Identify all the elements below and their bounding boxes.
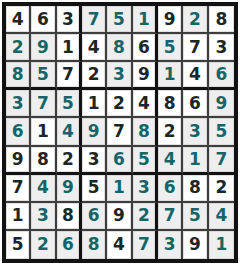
sudoku-cell[interactable]: 1 xyxy=(183,147,208,175)
sudoku-cell[interactable]: 6 xyxy=(82,203,107,231)
sudoku-cell[interactable]: 8 xyxy=(158,90,183,118)
sudoku-cell[interactable]: 5 xyxy=(133,147,158,175)
sudoku-cell[interactable]: 5 xyxy=(209,118,234,146)
sudoku-cell[interactable]: 8 xyxy=(82,231,107,259)
sudoku-cell[interactable]: 8 xyxy=(6,62,31,90)
sudoku-cell[interactable]: 8 xyxy=(209,6,234,34)
sudoku-cell[interactable]: 4 xyxy=(107,231,132,259)
sudoku-cell[interactable]: 3 xyxy=(158,231,183,259)
sudoku-cell[interactable]: 7 xyxy=(107,118,132,146)
sudoku-cell[interactable]: 4 xyxy=(31,175,56,203)
sudoku-cell[interactable]: 9 xyxy=(183,231,208,259)
sudoku-cell[interactable]: 4 xyxy=(158,147,183,175)
sudoku-cell[interactable]: 7 xyxy=(183,34,208,62)
sudoku-cell[interactable]: 1 xyxy=(133,6,158,34)
sudoku-cell[interactable]: 8 xyxy=(31,147,56,175)
sudoku-cell[interactable]: 7 xyxy=(57,62,82,90)
sudoku-cell[interactable]: 5 xyxy=(183,203,208,231)
sudoku-cell[interactable]: 3 xyxy=(31,203,56,231)
sudoku-cell[interactable]: 1 xyxy=(107,175,132,203)
sudoku-cell[interactable]: 2 xyxy=(31,231,56,259)
sudoku-cell[interactable]: 6 xyxy=(183,90,208,118)
sudoku-cell[interactable]: 4 xyxy=(183,62,208,90)
sudoku-cell[interactable]: 6 xyxy=(6,118,31,146)
sudoku-cell[interactable]: 5 xyxy=(31,62,56,90)
sudoku-cell[interactable]: 5 xyxy=(82,175,107,203)
sudoku-cell[interactable]: 5 xyxy=(6,231,31,259)
sudoku-cell[interactable]: 6 xyxy=(209,62,234,90)
sudoku-cell[interactable]: 3 xyxy=(209,34,234,62)
sudoku-cell[interactable]: 2 xyxy=(209,175,234,203)
sudoku-cell[interactable]: 7 xyxy=(82,6,107,34)
sudoku-cell[interactable]: 9 xyxy=(31,34,56,62)
sudoku-cell[interactable]: 4 xyxy=(209,203,234,231)
sudoku-cell[interactable]: 5 xyxy=(107,6,132,34)
sudoku-cell[interactable]: 2 xyxy=(133,203,158,231)
sudoku-cell[interactable]: 2 xyxy=(183,6,208,34)
sudoku-cell[interactable]: 4 xyxy=(6,6,31,34)
sudoku-cell[interactable]: 9 xyxy=(133,62,158,90)
sudoku-cell[interactable]: 8 xyxy=(183,175,208,203)
sudoku-cell[interactable]: 6 xyxy=(158,175,183,203)
sudoku-cell[interactable]: 4 xyxy=(133,90,158,118)
sudoku-cell[interactable]: 9 xyxy=(209,90,234,118)
sudoku-cell[interactable]: 1 xyxy=(31,118,56,146)
sudoku-cell[interactable]: 6 xyxy=(57,231,82,259)
sudoku-cell[interactable]: 6 xyxy=(31,6,56,34)
sudoku-cell[interactable]: 5 xyxy=(57,90,82,118)
sudoku-cell[interactable]: 2 xyxy=(158,118,183,146)
sudoku-cell[interactable]: 7 xyxy=(31,90,56,118)
sudoku-cell[interactable]: 6 xyxy=(133,34,158,62)
sudoku-cell[interactable]: 3 xyxy=(107,62,132,90)
sudoku-cell[interactable]: 8 xyxy=(57,203,82,231)
sudoku-cell[interactable]: 1 xyxy=(209,231,234,259)
sudoku-cell[interactable]: 3 xyxy=(57,6,82,34)
sudoku-cell[interactable]: 3 xyxy=(82,147,107,175)
sudoku-cell[interactable]: 8 xyxy=(133,118,158,146)
sudoku-cell[interactable]: 1 xyxy=(158,62,183,90)
sudoku-cell[interactable]: 1 xyxy=(82,90,107,118)
sudoku-cell[interactable]: 7 xyxy=(209,147,234,175)
sudoku-cell[interactable]: 1 xyxy=(6,203,31,231)
sudoku-cell[interactable]: 7 xyxy=(158,203,183,231)
sudoku-cell[interactable]: 5 xyxy=(158,34,183,62)
sudoku-cell[interactable]: 9 xyxy=(57,175,82,203)
sudoku-cell[interactable]: 2 xyxy=(82,62,107,90)
sudoku-cell[interactable]: 1 xyxy=(57,34,82,62)
sudoku-cell[interactable]: 7 xyxy=(6,175,31,203)
sudoku-cell[interactable]: 2 xyxy=(57,147,82,175)
sudoku-cell[interactable]: 9 xyxy=(107,203,132,231)
sudoku-cell[interactable]: 2 xyxy=(107,90,132,118)
sudoku-cell[interactable]: 7 xyxy=(133,231,158,259)
sudoku-cell[interactable]: 6 xyxy=(107,147,132,175)
sudoku-cell[interactable]: 4 xyxy=(57,118,82,146)
sudoku-cell[interactable]: 4 xyxy=(82,34,107,62)
sudoku-board: 4637519282914865738572391463751248696149… xyxy=(2,2,238,263)
sudoku-cell[interactable]: 9 xyxy=(158,6,183,34)
sudoku-cell[interactable]: 3 xyxy=(183,118,208,146)
sudoku-cell[interactable]: 9 xyxy=(6,147,31,175)
sudoku-cell[interactable]: 3 xyxy=(6,90,31,118)
sudoku-cell[interactable]: 9 xyxy=(82,118,107,146)
sudoku-cell[interactable]: 2 xyxy=(6,34,31,62)
sudoku-cell[interactable]: 3 xyxy=(133,175,158,203)
sudoku-cell[interactable]: 8 xyxy=(107,34,132,62)
